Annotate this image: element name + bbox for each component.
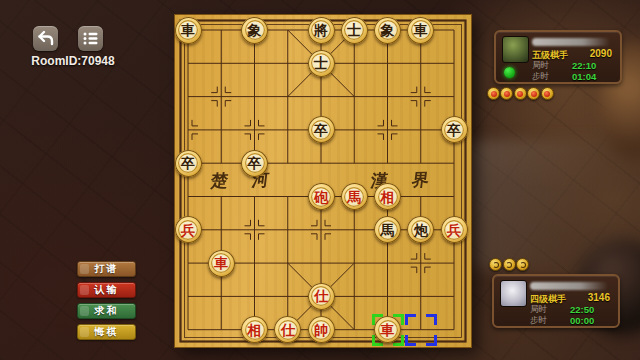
player-name-blurred bbox=[530, 282, 608, 290]
emote-button[interactable] bbox=[500, 87, 513, 100]
piece-black-象[interactable]: 象 bbox=[374, 17, 401, 44]
opponent-name-blurred bbox=[532, 38, 610, 46]
piece-red-兵[interactable]: 兵 bbox=[175, 216, 202, 243]
back-arrow-icon bbox=[35, 28, 56, 49]
piece-black-卒[interactable]: 卒 bbox=[241, 150, 268, 177]
opponent-avatar[interactable] bbox=[502, 36, 529, 63]
emote-button[interactable] bbox=[516, 258, 529, 271]
piece-black-士[interactable]: 士 bbox=[308, 50, 335, 77]
player-avatar[interactable] bbox=[500, 280, 527, 307]
piece-black-卒[interactable]: 卒 bbox=[308, 116, 335, 143]
piece-black-士[interactable]: 士 bbox=[341, 17, 368, 44]
emote-button[interactable] bbox=[514, 87, 527, 100]
opponent-rating: 2090 bbox=[590, 48, 612, 59]
piece-red-相[interactable]: 相 bbox=[241, 316, 268, 343]
opponent-step-label: 步时 bbox=[532, 71, 549, 83]
player-step-label: 步时 bbox=[530, 315, 547, 327]
undo-move-button[interactable]: 悔棋 bbox=[77, 324, 136, 340]
player-step-value: 00:00 bbox=[570, 315, 594, 326]
opponent-panel: 五级棋手 2090 局时 22:10 步时 01:04 bbox=[494, 30, 622, 84]
game-screen: RoomID:70948 楚 河 漢 界 車象將士象車士卒卒卒卒砲馬相兵馬炮兵車… bbox=[0, 0, 640, 360]
piece-black-將[interactable]: 將 bbox=[308, 17, 335, 44]
opponent-step-value: 01:04 bbox=[572, 71, 596, 82]
background-floor-blur bbox=[468, 140, 640, 270]
piece-red-仕[interactable]: 仕 bbox=[308, 283, 335, 310]
xiangqi-board[interactable]: 楚 河 漢 界 車象將士象車士卒卒卒卒砲馬相兵馬炮兵車仕相仕帥車 bbox=[174, 14, 472, 348]
piece-red-相[interactable]: 相 bbox=[374, 183, 401, 210]
piece-red-兵[interactable]: 兵 bbox=[441, 216, 468, 243]
piece-red-車[interactable]: 車 bbox=[208, 250, 235, 277]
player-panel: 四级棋手 3146 局时 22:50 步时 00:00 bbox=[492, 274, 620, 328]
emote-button[interactable] bbox=[487, 87, 500, 100]
emote-button[interactable] bbox=[541, 87, 554, 100]
menu-list-button[interactable] bbox=[78, 26, 103, 51]
list-icon bbox=[80, 28, 101, 49]
piece-black-卒[interactable]: 卒 bbox=[175, 150, 202, 177]
emote-button[interactable] bbox=[503, 258, 516, 271]
record-button[interactable]: 打谱 bbox=[77, 261, 136, 277]
turn-indicator-dot bbox=[504, 67, 515, 78]
piece-red-砲[interactable]: 砲 bbox=[308, 183, 335, 210]
piece-red-帥[interactable]: 帥 bbox=[308, 316, 335, 343]
piece-black-車[interactable]: 車 bbox=[407, 17, 434, 44]
piece-black-卒[interactable]: 卒 bbox=[441, 116, 468, 143]
resign-button[interactable]: 认输 bbox=[77, 282, 136, 298]
emote-button[interactable] bbox=[489, 258, 502, 271]
piece-red-馬[interactable]: 馬 bbox=[341, 183, 368, 210]
room-id-label: RoomID:70948 bbox=[18, 54, 128, 68]
opponent-clock-value: 22:10 bbox=[572, 60, 596, 71]
emote-button[interactable] bbox=[527, 87, 540, 100]
offer-draw-button[interactable]: 求和 bbox=[77, 303, 136, 319]
piece-red-車[interactable]: 車 bbox=[374, 316, 401, 343]
player-clock-value: 22:50 bbox=[570, 304, 594, 315]
back-button[interactable] bbox=[33, 26, 58, 51]
piece-black-象[interactable]: 象 bbox=[241, 17, 268, 44]
player-rating: 3146 bbox=[588, 292, 610, 303]
piece-black-車[interactable]: 車 bbox=[175, 17, 202, 44]
